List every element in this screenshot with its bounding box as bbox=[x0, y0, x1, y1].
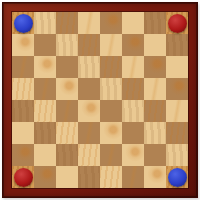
square-g6[interactable] bbox=[144, 56, 166, 78]
square-b6[interactable] bbox=[34, 56, 56, 78]
square-c4[interactable] bbox=[56, 100, 78, 122]
square-h1[interactable] bbox=[166, 166, 188, 188]
square-g3[interactable] bbox=[144, 122, 166, 144]
square-b8[interactable] bbox=[34, 12, 56, 34]
square-e1[interactable] bbox=[100, 166, 122, 188]
page-background bbox=[0, 0, 200, 200]
square-d3[interactable] bbox=[78, 122, 100, 144]
square-c8[interactable] bbox=[56, 12, 78, 34]
square-d1[interactable] bbox=[78, 166, 100, 188]
square-e6[interactable] bbox=[100, 56, 122, 78]
square-b3[interactable] bbox=[34, 122, 56, 144]
square-b1[interactable] bbox=[34, 166, 56, 188]
square-e4[interactable] bbox=[100, 100, 122, 122]
square-c3[interactable] bbox=[56, 122, 78, 144]
square-c2[interactable] bbox=[56, 144, 78, 166]
square-a6[interactable] bbox=[12, 56, 34, 78]
square-h5[interactable] bbox=[166, 78, 188, 100]
square-b4[interactable] bbox=[34, 100, 56, 122]
square-c6[interactable] bbox=[56, 56, 78, 78]
square-c1[interactable] bbox=[56, 166, 78, 188]
square-h8[interactable] bbox=[166, 12, 188, 34]
square-d8[interactable] bbox=[78, 12, 100, 34]
square-f1[interactable] bbox=[122, 166, 144, 188]
square-c7[interactable] bbox=[56, 34, 78, 56]
square-a8[interactable] bbox=[12, 12, 34, 34]
square-e8[interactable] bbox=[100, 12, 122, 34]
square-e7[interactable] bbox=[100, 34, 122, 56]
checker-piece-blue[interactable] bbox=[168, 168, 187, 187]
square-a2[interactable] bbox=[12, 144, 34, 166]
checker-piece-blue[interactable] bbox=[14, 14, 33, 33]
square-g8[interactable] bbox=[144, 12, 166, 34]
square-d4[interactable] bbox=[78, 100, 100, 122]
square-f2[interactable] bbox=[122, 144, 144, 166]
square-f8[interactable] bbox=[122, 12, 144, 34]
square-g1[interactable] bbox=[144, 166, 166, 188]
square-f3[interactable] bbox=[122, 122, 144, 144]
square-e5[interactable] bbox=[100, 78, 122, 100]
square-f5[interactable] bbox=[122, 78, 144, 100]
square-d5[interactable] bbox=[78, 78, 100, 100]
square-f7[interactable] bbox=[122, 34, 144, 56]
board-frame bbox=[2, 2, 198, 198]
checker-piece-red[interactable] bbox=[14, 168, 33, 187]
square-b2[interactable] bbox=[34, 144, 56, 166]
square-b5[interactable] bbox=[34, 78, 56, 100]
square-a5[interactable] bbox=[12, 78, 34, 100]
square-e3[interactable] bbox=[100, 122, 122, 144]
square-c5[interactable] bbox=[56, 78, 78, 100]
square-g5[interactable] bbox=[144, 78, 166, 100]
square-a7[interactable] bbox=[12, 34, 34, 56]
square-f4[interactable] bbox=[122, 100, 144, 122]
square-e2[interactable] bbox=[100, 144, 122, 166]
square-a1[interactable] bbox=[12, 166, 34, 188]
square-g2[interactable] bbox=[144, 144, 166, 166]
square-d6[interactable] bbox=[78, 56, 100, 78]
square-h4[interactable] bbox=[166, 100, 188, 122]
square-a3[interactable] bbox=[12, 122, 34, 144]
square-h7[interactable] bbox=[166, 34, 188, 56]
square-d7[interactable] bbox=[78, 34, 100, 56]
square-a4[interactable] bbox=[12, 100, 34, 122]
checkers-board bbox=[12, 12, 188, 188]
square-h3[interactable] bbox=[166, 122, 188, 144]
square-f6[interactable] bbox=[122, 56, 144, 78]
square-b7[interactable] bbox=[34, 34, 56, 56]
square-h6[interactable] bbox=[166, 56, 188, 78]
square-g4[interactable] bbox=[144, 100, 166, 122]
square-g7[interactable] bbox=[144, 34, 166, 56]
square-d2[interactable] bbox=[78, 144, 100, 166]
checker-piece-red[interactable] bbox=[168, 14, 187, 33]
square-h2[interactable] bbox=[166, 144, 188, 166]
